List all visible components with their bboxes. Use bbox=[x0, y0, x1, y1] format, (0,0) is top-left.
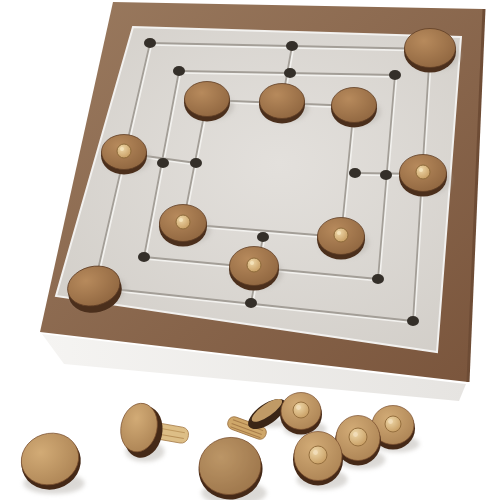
point-d1[interactable] bbox=[245, 298, 257, 308]
nine-mens-morris-photo bbox=[0, 0, 500, 500]
peg-pin bbox=[293, 402, 309, 418]
peg-highlight bbox=[419, 168, 423, 172]
peg-highlight bbox=[179, 218, 183, 222]
hole bbox=[138, 252, 150, 262]
hole bbox=[245, 298, 257, 308]
point-f6[interactable] bbox=[389, 70, 401, 80]
peg-pin bbox=[309, 446, 327, 464]
piece-face bbox=[405, 29, 456, 68]
piece-peg-pin bbox=[247, 258, 261, 272]
point-d3[interactable] bbox=[257, 232, 269, 242]
peg-highlight bbox=[353, 432, 358, 437]
loose-piece-2[interactable] bbox=[116, 400, 189, 462]
point-e4[interactable] bbox=[349, 168, 361, 178]
hole bbox=[284, 68, 296, 78]
point-f2[interactable] bbox=[372, 274, 384, 284]
piece-peg-pin bbox=[176, 215, 190, 229]
hole bbox=[144, 38, 156, 48]
piece-face bbox=[332, 88, 377, 123]
peg-highlight bbox=[337, 231, 341, 235]
point-b6[interactable] bbox=[173, 66, 185, 76]
piece-peg-pin bbox=[117, 144, 131, 158]
peg-pin bbox=[349, 428, 367, 446]
loose-piece-1[interactable] bbox=[14, 426, 88, 497]
point-a7[interactable] bbox=[144, 38, 156, 48]
hole bbox=[349, 168, 361, 178]
point-c4[interactable] bbox=[190, 158, 202, 168]
hole bbox=[286, 41, 298, 51]
hole bbox=[389, 70, 401, 80]
hole bbox=[372, 274, 384, 284]
peg-highlight bbox=[120, 147, 124, 151]
peg-highlight bbox=[388, 419, 393, 424]
point-d7[interactable] bbox=[286, 41, 298, 51]
board-canvas bbox=[0, 0, 500, 500]
piece-face bbox=[260, 84, 305, 119]
hole bbox=[157, 158, 169, 168]
peg-highlight bbox=[296, 405, 301, 410]
piece-face bbox=[185, 82, 230, 117]
piece-peg-pin bbox=[334, 228, 348, 242]
hole bbox=[407, 316, 419, 326]
point-b4[interactable] bbox=[157, 158, 169, 168]
hole bbox=[257, 232, 269, 242]
loose-piece-5[interactable] bbox=[280, 393, 326, 438]
hole bbox=[380, 170, 392, 180]
hole bbox=[190, 158, 202, 168]
point-d6[interactable] bbox=[284, 68, 296, 78]
piece-peg-pin bbox=[416, 165, 430, 179]
loose-piece-3[interactable] bbox=[194, 433, 267, 500]
hole bbox=[173, 66, 185, 76]
point-b2[interactable] bbox=[138, 252, 150, 262]
peg-highlight bbox=[313, 450, 318, 455]
point-g1[interactable] bbox=[407, 316, 419, 326]
peg-highlight bbox=[250, 261, 254, 265]
peg-pin bbox=[385, 416, 401, 432]
point-f4[interactable] bbox=[380, 170, 392, 180]
